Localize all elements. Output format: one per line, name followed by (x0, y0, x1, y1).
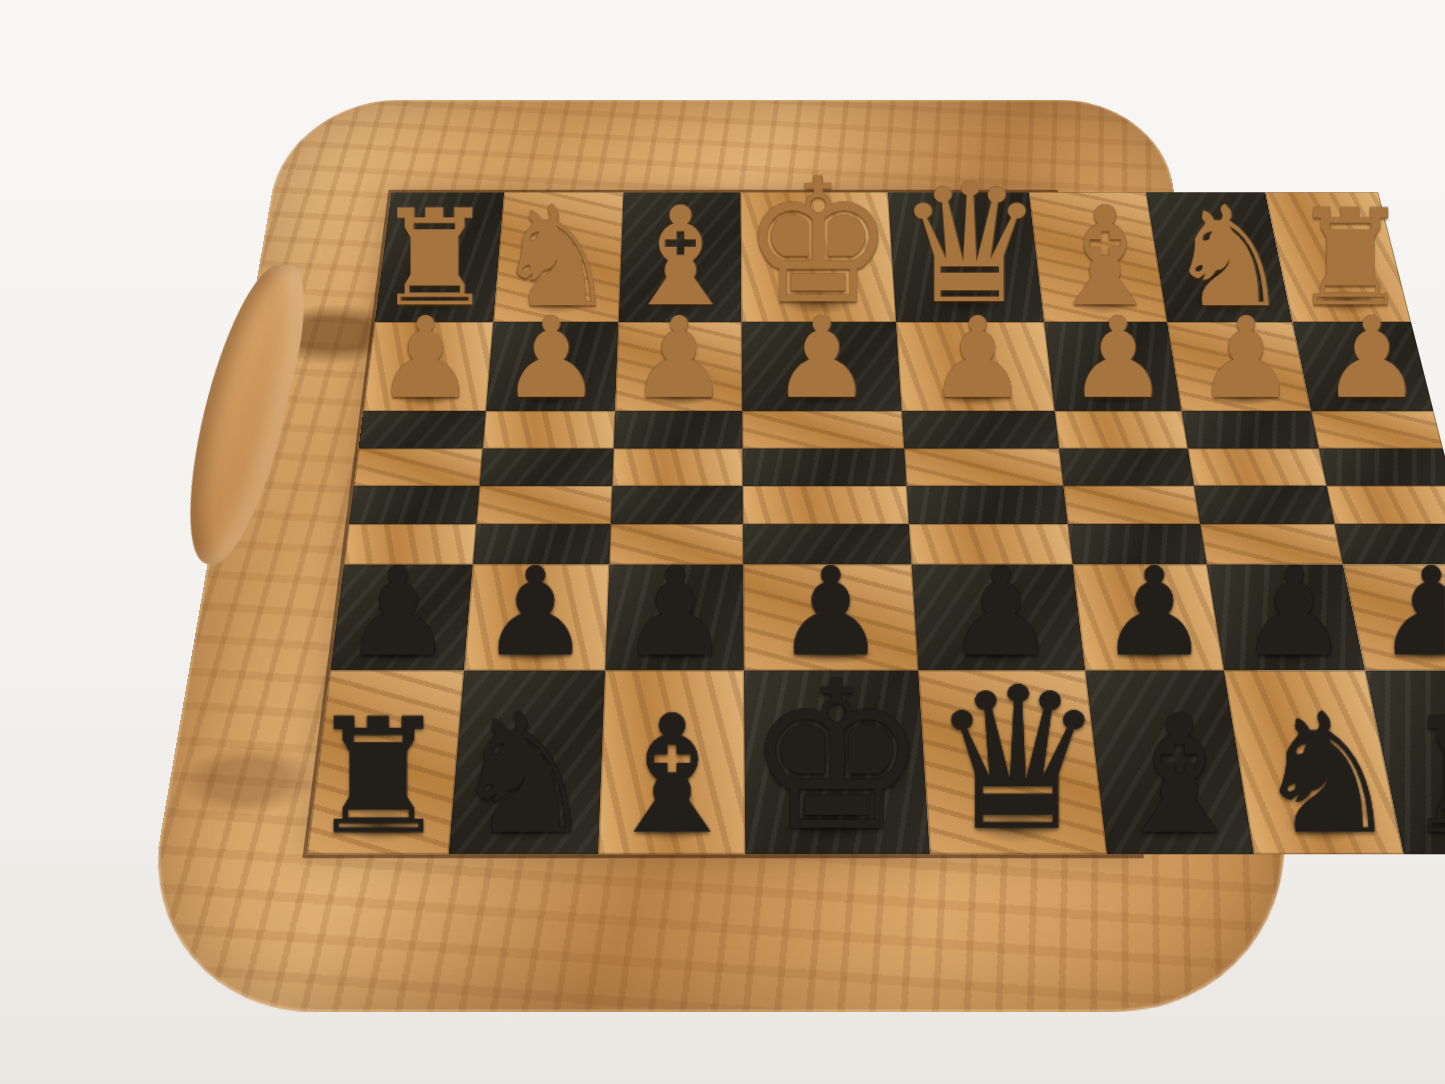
white-pawn: ♟ (374, 305, 475, 412)
white-pawn: ♟ (1320, 305, 1421, 412)
black-pawn: ♟ (1238, 554, 1348, 670)
black-queen: ♛ (928, 666, 1105, 853)
black-king: ♚ (745, 659, 929, 854)
square-h8: ♜ (306, 670, 464, 854)
square-a4 (1318, 448, 1445, 486)
square-f5 (610, 486, 742, 525)
photo-background: ♜♞♝♚♛♝♞♜♟♟♟♟♟♟♟♟♟♟♟♟♟♟♟♟♜♞♝♚♛♝♞♜ (0, 0, 1445, 1084)
square-c3 (1054, 411, 1187, 448)
black-pawn: ♟ (1098, 554, 1208, 670)
white-pawn: ♟ (771, 305, 872, 412)
square-f3 (613, 411, 742, 448)
square-c8: ♝ (1085, 670, 1254, 854)
white-pawn: ♟ (1067, 305, 1168, 412)
black-knight: ♞ (1252, 696, 1401, 854)
square-b2: ♟ (1167, 322, 1311, 411)
black-bishop: ♝ (1105, 698, 1252, 853)
square-f7: ♟ (605, 564, 744, 670)
square-b7: ♟ (1206, 564, 1364, 670)
square-d2: ♟ (895, 322, 1054, 411)
square-a5 (1326, 486, 1445, 525)
square-f8: ♝ (598, 670, 745, 854)
square-d4 (903, 448, 1063, 486)
black-pawn: ♟ (480, 554, 590, 670)
square-c4 (1059, 448, 1194, 486)
square-e3 (742, 411, 904, 448)
square-h2: ♟ (363, 322, 493, 411)
chess-board: ♜♞♝♚♛♝♞♜♟♟♟♟♟♟♟♟♟♟♟♟♟♟♟♟♜♞♝♚♛♝♞♜ (306, 192, 1139, 854)
square-h7: ♟ (330, 564, 473, 670)
square-e8: ♚ (743, 670, 929, 854)
square-b5 (1193, 486, 1334, 525)
board-box-top: ♜♞♝♚♛♝♞♜♟♟♟♟♟♟♟♟♟♟♟♟♟♟♟♟♜♞♝♚♛♝♞♜ (129, 100, 1316, 1012)
square-c2: ♟ (1044, 322, 1182, 411)
square-e4 (742, 448, 906, 486)
square-b4 (1187, 448, 1326, 486)
white-pawn: ♟ (1195, 305, 1296, 412)
square-g5 (476, 486, 612, 525)
black-rook: ♜ (307, 703, 449, 853)
square-g3 (483, 411, 615, 448)
black-pawn: ♟ (342, 554, 452, 670)
square-g8: ♞ (448, 670, 604, 854)
white-pawn: ♟ (628, 305, 729, 412)
white-pawn: ♟ (927, 305, 1028, 412)
square-e5 (742, 486, 908, 525)
black-pawn: ♟ (619, 554, 729, 670)
black-knight: ♞ (449, 696, 598, 854)
square-a2: ♟ (1292, 322, 1434, 411)
live-edge-bulge-left (164, 262, 319, 566)
square-f2: ♟ (615, 322, 742, 411)
square-d8: ♛ (917, 670, 1106, 854)
black-bishop: ♝ (598, 698, 745, 853)
square-d3 (901, 411, 1059, 448)
square-d5 (906, 486, 1068, 525)
square-g2: ♟ (486, 322, 618, 411)
white-pawn: ♟ (500, 305, 601, 412)
black-pawn: ♟ (1375, 554, 1445, 670)
square-h3 (358, 411, 486, 448)
square-g7: ♟ (464, 564, 609, 670)
square-c5 (1063, 486, 1200, 525)
square-e2: ♟ (741, 322, 901, 411)
square-h4 (353, 448, 482, 486)
square-g4 (479, 448, 613, 486)
square-h5 (348, 486, 479, 525)
square-f4 (612, 448, 742, 486)
scene: ♜♞♝♚♛♝♞♜♟♟♟♟♟♟♟♟♟♟♟♟♟♟♟♟♜♞♝♚♛♝♞♜ (0, 0, 1445, 1084)
square-a3 (1310, 411, 1442, 448)
black-rook: ♜ (1401, 703, 1445, 853)
